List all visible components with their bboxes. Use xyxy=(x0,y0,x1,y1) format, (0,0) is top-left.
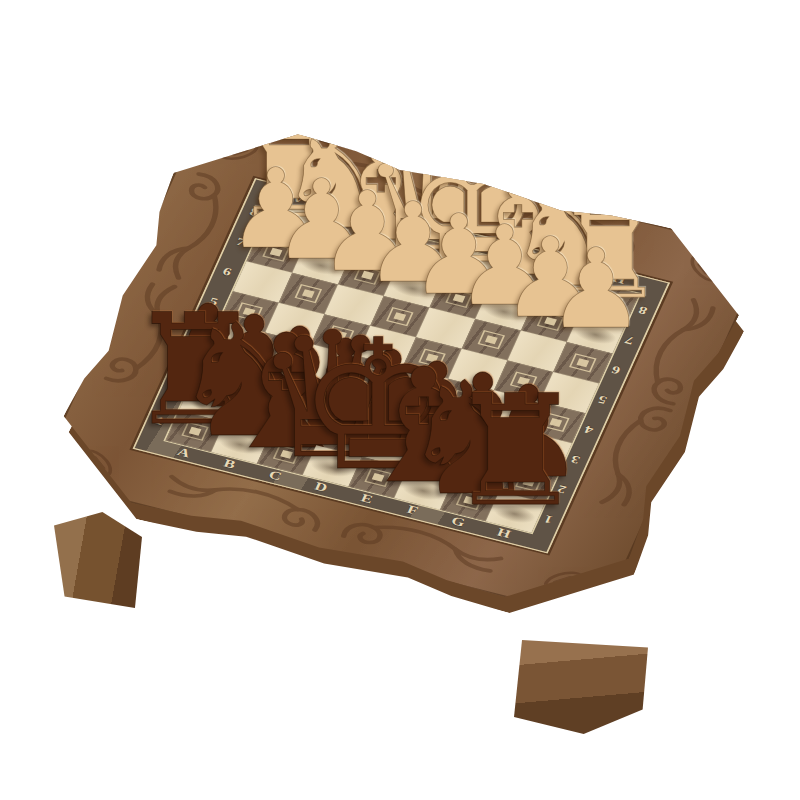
piece-light-pawn[interactable]: ♟ xyxy=(547,235,646,345)
corner-rosette-icon xyxy=(676,246,735,290)
scene: ABCDEFGH ABCDEFGH 87654321 87654321 ♜♞♝♛… xyxy=(0,0,800,800)
piece-dark-rook[interactable]: ♜ xyxy=(446,375,583,528)
chessboard-frame: ABCDEFGH ABCDEFGH 87654321 87654321 ♜♞♝♛… xyxy=(35,110,767,621)
square-h1[interactable]: ♜ xyxy=(486,491,545,532)
board-leg-left xyxy=(54,512,142,608)
board-leg-front xyxy=(514,640,648,734)
